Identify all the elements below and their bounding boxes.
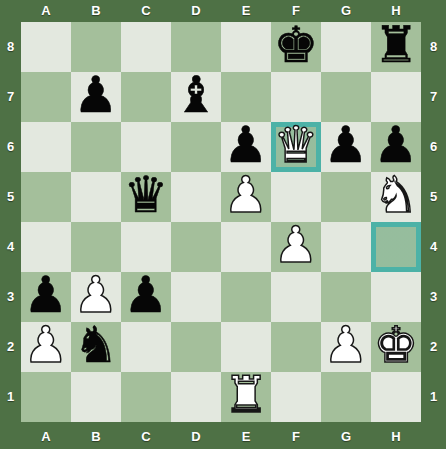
rank-label-right-3: 3	[421, 272, 446, 322]
black-pawn-a3[interactable]: ♟	[24, 270, 69, 320]
square-d5[interactable]	[171, 172, 221, 222]
black-king-f8[interactable]: ♚	[274, 20, 319, 70]
square-e7[interactable]	[221, 72, 271, 122]
white-pawn-a2[interactable]: ♟	[24, 320, 69, 370]
board-squares: ♚♜♟♝♟♛♟♟♛♟♞♟♟♟♟♟♞♟♚♜	[21, 22, 421, 422]
rank-labels-right: 87654321	[421, 22, 446, 422]
square-c3[interactable]: ♟	[121, 272, 171, 322]
rank-label-right-8: 8	[421, 22, 446, 72]
rank-label-left-4: 4	[0, 222, 21, 272]
white-queen-f6[interactable]: ♛	[274, 120, 319, 170]
square-g5[interactable]	[321, 172, 371, 222]
square-g4[interactable]	[321, 222, 371, 272]
square-a3[interactable]: ♟	[21, 272, 71, 322]
file-label-bottom-b: B	[71, 424, 121, 449]
square-h5[interactable]: ♞	[371, 172, 421, 222]
rank-label-right-5: 5	[421, 172, 446, 222]
square-e1[interactable]: ♜	[221, 372, 271, 422]
rank-label-left-6: 6	[0, 122, 21, 172]
square-g7[interactable]	[321, 72, 371, 122]
white-pawn-e5[interactable]: ♟	[224, 170, 269, 220]
white-pawn-f4[interactable]: ♟	[274, 220, 319, 270]
square-d3[interactable]	[171, 272, 221, 322]
file-labels-bottom: ABCDEFGH	[21, 424, 421, 449]
file-label-top-a: A	[21, 0, 71, 22]
square-d2[interactable]	[171, 322, 221, 372]
rank-label-right-2: 2	[421, 322, 446, 372]
square-a2[interactable]: ♟	[21, 322, 71, 372]
rank-labels-left: 87654321	[0, 22, 21, 422]
white-king-h2[interactable]: ♚	[374, 320, 419, 370]
square-d1[interactable]	[171, 372, 221, 422]
square-b8[interactable]	[71, 22, 121, 72]
square-a8[interactable]	[21, 22, 71, 72]
white-pawn-b3[interactable]: ♟	[74, 270, 119, 320]
black-pawn-e6[interactable]: ♟	[224, 120, 269, 170]
rank-label-right-4: 4	[421, 222, 446, 272]
square-f2[interactable]	[271, 322, 321, 372]
white-rook-e1[interactable]: ♜	[224, 370, 269, 420]
square-e6[interactable]: ♟	[221, 122, 271, 172]
file-label-top-b: B	[71, 0, 121, 22]
square-a1[interactable]	[21, 372, 71, 422]
square-e4[interactable]	[221, 222, 271, 272]
file-label-bottom-a: A	[21, 424, 71, 449]
file-label-bottom-f: F	[271, 424, 321, 449]
square-d4[interactable]	[171, 222, 221, 272]
square-h4[interactable]	[371, 222, 421, 272]
black-pawn-c3[interactable]: ♟	[124, 270, 169, 320]
square-g1[interactable]	[321, 372, 371, 422]
rank-label-left-3: 3	[0, 272, 21, 322]
file-label-bottom-g: G	[321, 424, 371, 449]
square-c5[interactable]: ♛	[121, 172, 171, 222]
rank-label-right-6: 6	[421, 122, 446, 172]
square-c7[interactable]	[121, 72, 171, 122]
square-c1[interactable]	[121, 372, 171, 422]
square-c4[interactable]	[121, 222, 171, 272]
square-d7[interactable]: ♝	[171, 72, 221, 122]
rank-label-right-1: 1	[421, 372, 446, 422]
square-h3[interactable]	[371, 272, 421, 322]
square-h2[interactable]: ♚	[371, 322, 421, 372]
black-rook-h8[interactable]: ♜	[374, 20, 419, 70]
file-label-bottom-h: H	[371, 424, 421, 449]
black-knight-b2[interactable]: ♞	[74, 320, 119, 370]
square-f7[interactable]	[271, 72, 321, 122]
square-b2[interactable]: ♞	[71, 322, 121, 372]
black-pawn-b7[interactable]: ♟	[74, 70, 119, 120]
chess-board: ABCDEFGH ABCDEFGH 87654321 87654321 ♚♜♟♝…	[0, 0, 446, 449]
square-g3[interactable]	[321, 272, 371, 322]
file-labels-top: ABCDEFGH	[21, 0, 421, 22]
black-queen-c5[interactable]: ♛	[124, 170, 169, 220]
file-label-top-g: G	[321, 0, 371, 22]
square-f1[interactable]	[271, 372, 321, 422]
rank-label-left-1: 1	[0, 372, 21, 422]
white-pawn-g2[interactable]: ♟	[324, 320, 369, 370]
file-label-bottom-c: C	[121, 424, 171, 449]
square-h1[interactable]	[371, 372, 421, 422]
square-g2[interactable]: ♟	[321, 322, 371, 372]
square-c8[interactable]	[121, 22, 171, 72]
file-label-top-c: C	[121, 0, 171, 22]
square-e3[interactable]	[221, 272, 271, 322]
square-f8[interactable]: ♚	[271, 22, 321, 72]
file-label-bottom-e: E	[221, 424, 271, 449]
file-label-top-e: E	[221, 0, 271, 22]
rank-label-left-8: 8	[0, 22, 21, 72]
square-c2[interactable]	[121, 322, 171, 372]
rank-label-left-5: 5	[0, 172, 21, 222]
square-f3[interactable]	[271, 272, 321, 322]
square-b1[interactable]	[71, 372, 121, 422]
square-b4[interactable]	[71, 222, 121, 272]
square-h7[interactable]	[371, 72, 421, 122]
square-g8[interactable]	[321, 22, 371, 72]
square-e5[interactable]: ♟	[221, 172, 271, 222]
file-label-bottom-d: D	[171, 424, 221, 449]
square-b3[interactable]: ♟	[71, 272, 121, 322]
square-f4[interactable]: ♟	[271, 222, 321, 272]
rank-label-left-2: 2	[0, 322, 21, 372]
rank-label-left-7: 7	[0, 72, 21, 122]
square-e2[interactable]	[221, 322, 271, 372]
square-b5[interactable]	[71, 172, 121, 222]
square-h8[interactable]: ♜	[371, 22, 421, 72]
square-b7[interactable]: ♟	[71, 72, 121, 122]
square-b6[interactable]	[71, 122, 121, 172]
square-d8[interactable]	[171, 22, 221, 72]
square-g6[interactable]: ♟	[321, 122, 371, 172]
square-a6[interactable]	[21, 122, 71, 172]
black-pawn-h6[interactable]: ♟	[374, 120, 419, 170]
black-bishop-d7[interactable]: ♝	[174, 70, 219, 120]
square-c6[interactable]	[121, 122, 171, 172]
square-a4[interactable]	[21, 222, 71, 272]
square-h6[interactable]: ♟	[371, 122, 421, 172]
square-f6[interactable]: ♛	[271, 122, 321, 172]
black-pawn-g6[interactable]: ♟	[324, 120, 369, 170]
square-a7[interactable]	[21, 72, 71, 122]
file-label-top-d: D	[171, 0, 221, 22]
square-d6[interactable]	[171, 122, 221, 172]
white-knight-h5[interactable]: ♞	[374, 170, 419, 220]
square-f5[interactable]	[271, 172, 321, 222]
rank-label-right-7: 7	[421, 72, 446, 122]
square-e8[interactable]	[221, 22, 271, 72]
square-a5[interactable]	[21, 172, 71, 222]
